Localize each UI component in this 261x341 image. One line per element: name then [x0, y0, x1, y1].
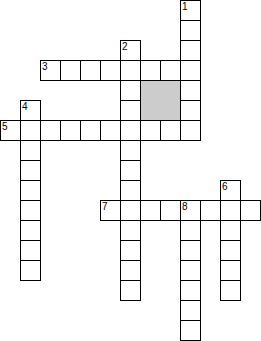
- grid-cell[interactable]: [160, 120, 181, 141]
- grid-cell[interactable]: [0, 120, 21, 141]
- grid-cell[interactable]: [140, 200, 161, 221]
- grid-cell[interactable]: [120, 120, 141, 141]
- grid-cell[interactable]: [120, 100, 141, 121]
- grid-cell[interactable]: [180, 0, 201, 21]
- grid-cell[interactable]: [120, 180, 141, 201]
- grid-cell[interactable]: [20, 140, 41, 161]
- grid-cell[interactable]: [60, 120, 81, 141]
- grid-cell[interactable]: [160, 200, 181, 221]
- grid-cell[interactable]: [40, 60, 61, 81]
- grid-cell[interactable]: [220, 280, 241, 301]
- grid-cell[interactable]: [120, 160, 141, 181]
- grid-cell[interactable]: [180, 40, 201, 61]
- grid-cell[interactable]: [180, 100, 201, 121]
- grid-cell[interactable]: [60, 60, 81, 81]
- grid-cell[interactable]: [180, 200, 201, 221]
- grid-cell[interactable]: [100, 200, 121, 221]
- grid-cell[interactable]: [200, 200, 221, 221]
- grid-cell[interactable]: [40, 120, 61, 141]
- grid-cell[interactable]: [180, 220, 201, 241]
- grid-cell[interactable]: [180, 20, 201, 41]
- grid-cell[interactable]: [20, 200, 41, 221]
- grid-cell[interactable]: [180, 260, 201, 281]
- grid-cell[interactable]: [180, 60, 201, 81]
- grid-cell[interactable]: [160, 60, 181, 81]
- grid-cell[interactable]: [180, 280, 201, 301]
- grid-cell[interactable]: [140, 60, 161, 81]
- grid-cell[interactable]: [220, 260, 241, 281]
- gray-blocked-block: [140, 80, 181, 121]
- grid-cell[interactable]: [220, 240, 241, 261]
- grid-cell[interactable]: [100, 60, 121, 81]
- grid-cell[interactable]: [20, 120, 41, 141]
- crossword-grid: 12345678: [0, 0, 261, 341]
- grid-cell[interactable]: [220, 200, 241, 221]
- grid-cell[interactable]: [180, 120, 201, 141]
- grid-cell[interactable]: [120, 280, 141, 301]
- grid-cell[interactable]: [180, 80, 201, 101]
- grid-cell[interactable]: [120, 220, 141, 241]
- grid-cell[interactable]: [20, 220, 41, 241]
- grid-cell[interactable]: [240, 200, 261, 221]
- grid-cell[interactable]: [20, 180, 41, 201]
- grid-cell[interactable]: [140, 120, 161, 141]
- grid-cell[interactable]: [20, 100, 41, 121]
- grid-cell[interactable]: [120, 200, 141, 221]
- grid-cell[interactable]: [20, 160, 41, 181]
- grid-cell[interactable]: [180, 240, 201, 261]
- grid-cell[interactable]: [80, 120, 101, 141]
- grid-cell[interactable]: [180, 320, 201, 341]
- grid-cell[interactable]: [120, 80, 141, 101]
- grid-cell[interactable]: [220, 220, 241, 241]
- grid-cell[interactable]: [100, 120, 121, 141]
- grid-cell[interactable]: [120, 60, 141, 81]
- grid-cell[interactable]: [220, 180, 241, 201]
- grid-cell[interactable]: [80, 60, 101, 81]
- grid-cell[interactable]: [120, 140, 141, 161]
- grid-cell[interactable]: [180, 300, 201, 321]
- grid-cell[interactable]: [120, 40, 141, 61]
- grid-cell[interactable]: [20, 260, 41, 281]
- grid-cell[interactable]: [120, 260, 141, 281]
- grid-cell[interactable]: [20, 240, 41, 261]
- grid-cell[interactable]: [120, 240, 141, 261]
